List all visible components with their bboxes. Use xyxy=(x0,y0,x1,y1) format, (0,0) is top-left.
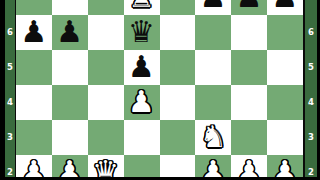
square-b6[interactable]: ♟ xyxy=(52,15,88,50)
square-g4[interactable] xyxy=(231,85,267,120)
square-h5[interactable] xyxy=(267,50,303,85)
black-pawn-g7[interactable]: ♟ xyxy=(236,0,263,14)
white-pawn-d4[interactable]: ♟ xyxy=(128,84,155,119)
square-c5[interactable] xyxy=(88,50,124,85)
square-g3[interactable] xyxy=(231,120,267,155)
square-g7[interactable]: ♟ xyxy=(231,0,267,15)
rank-label-6-left: 6 xyxy=(5,28,15,37)
square-d5[interactable]: ♟ xyxy=(124,50,160,85)
square-a5[interactable] xyxy=(16,50,52,85)
square-a7[interactable] xyxy=(16,0,52,15)
rank-label-3-left: 3 xyxy=(5,133,15,142)
square-h4[interactable] xyxy=(267,85,303,120)
square-c6[interactable] xyxy=(88,15,124,50)
square-e4[interactable] xyxy=(160,85,196,120)
rank-label-strip-left: 87654321 xyxy=(5,0,15,177)
rank-label-2-right: 2 xyxy=(305,168,317,177)
square-g6[interactable] xyxy=(231,15,267,50)
chess-board[interactable]: ♜♟♟♟♟♟♛♟♟♞♟♟♛♟♟♟ xyxy=(14,0,305,180)
rank-label-6-right: 6 xyxy=(305,28,317,37)
black-queen-d6[interactable]: ♛ xyxy=(128,14,155,49)
black-pawn-b6[interactable]: ♟ xyxy=(56,14,83,49)
square-e6[interactable] xyxy=(160,15,196,50)
square-h3[interactable] xyxy=(267,120,303,155)
square-d4[interactable]: ♟ xyxy=(124,85,160,120)
letterbox-bottom-bar xyxy=(0,177,320,180)
square-h7[interactable]: ♟ xyxy=(267,0,303,15)
square-c3[interactable] xyxy=(88,120,124,155)
square-g5[interactable] xyxy=(231,50,267,85)
rank-label-strip-right: 87654321 xyxy=(305,0,317,177)
square-c4[interactable] xyxy=(88,85,124,120)
rank-label-4-right: 4 xyxy=(305,98,317,107)
square-d6[interactable]: ♛ xyxy=(124,15,160,50)
square-a6[interactable]: ♟ xyxy=(16,15,52,50)
rank-label-7-right: 7 xyxy=(305,0,317,2)
square-e5[interactable] xyxy=(160,50,196,85)
square-d3[interactable] xyxy=(124,120,160,155)
square-a4[interactable] xyxy=(16,85,52,120)
square-c7[interactable] xyxy=(88,0,124,15)
black-pawn-h7[interactable]: ♟ xyxy=(272,0,299,14)
square-b7[interactable] xyxy=(52,0,88,15)
square-b5[interactable] xyxy=(52,50,88,85)
square-f5[interactable] xyxy=(195,50,231,85)
square-e7[interactable] xyxy=(160,0,196,15)
square-f6[interactable] xyxy=(195,15,231,50)
rank-label-7-left: 7 xyxy=(5,0,15,2)
white-knight-f3[interactable]: ♞ xyxy=(200,119,227,154)
rank-label-3-right: 3 xyxy=(305,133,317,142)
black-pawn-f7[interactable]: ♟ xyxy=(200,0,227,14)
rank-label-5-right: 5 xyxy=(305,63,317,72)
rank-label-5-left: 5 xyxy=(5,63,15,72)
chess-video-frame: 87654321 ♜♟♟♟♟♟♛♟♟♞♟♟♛♟♟♟ 87654321 xyxy=(0,0,320,180)
rank-label-2-left: 2 xyxy=(5,168,15,177)
square-f7[interactable]: ♟ xyxy=(195,0,231,15)
black-pawn-d5[interactable]: ♟ xyxy=(128,49,155,84)
square-f4[interactable] xyxy=(195,85,231,120)
square-b4[interactable] xyxy=(52,85,88,120)
square-e3[interactable] xyxy=(160,120,196,155)
white-rook-d7[interactable]: ♜ xyxy=(128,0,155,14)
rank-label-4-left: 4 xyxy=(5,98,15,107)
square-f3[interactable]: ♞ xyxy=(195,120,231,155)
black-pawn-a6[interactable]: ♟ xyxy=(20,14,47,49)
square-h6[interactable] xyxy=(267,15,303,50)
square-a3[interactable] xyxy=(16,120,52,155)
square-d7[interactable]: ♜ xyxy=(124,0,160,15)
square-b3[interactable] xyxy=(52,120,88,155)
